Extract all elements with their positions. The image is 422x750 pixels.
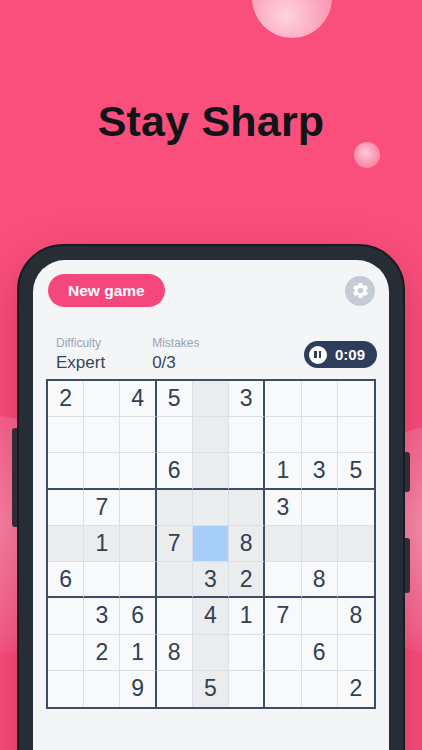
gear-icon [351,281,370,300]
cell-r1c2[interactable] [84,381,120,417]
cell-r7c4[interactable] [157,598,193,634]
cell-r1c3[interactable]: 4 [120,381,156,417]
cell-r8c4[interactable]: 8 [157,635,193,671]
cell-r4c1[interactable] [48,490,84,526]
cell-r1c9[interactable] [338,381,374,417]
cell-r2c4[interactable] [157,417,193,453]
cell-r3c8[interactable]: 3 [302,453,338,489]
cell-r5c1[interactable] [48,526,84,562]
cell-r7c1[interactable] [48,598,84,634]
timer-pause-button[interactable]: 0:09 [304,341,377,368]
cell-r5c4[interactable]: 7 [157,526,193,562]
cell-r3c4[interactable]: 6 [157,453,193,489]
cell-r8c9[interactable] [338,635,374,671]
cell-r9c6[interactable] [229,671,265,707]
cell-r2c8[interactable] [302,417,338,453]
cell-r2c7[interactable] [265,417,301,453]
cell-r5c6[interactable]: 8 [229,526,265,562]
cell-r8c5[interactable] [193,635,229,671]
timer-value: 0:09 [335,346,365,363]
cell-r8c7[interactable] [265,635,301,671]
cell-r3c2[interactable] [84,453,120,489]
cell-r3c3[interactable] [120,453,156,489]
cell-r3c6[interactable] [229,453,265,489]
cell-r8c6[interactable] [229,635,265,671]
cell-r7c3[interactable]: 6 [120,598,156,634]
settings-button[interactable] [345,276,375,306]
difficulty-value: Expert [56,353,105,373]
cell-r8c3[interactable]: 1 [120,635,156,671]
top-bar: New game [33,260,389,307]
phone-mockup: New game Difficulty Expert Mistakes 0/3 … [17,244,405,750]
sudoku-board: 245361357317863283641782186952 [46,379,376,709]
cell-r9c9[interactable]: 2 [338,671,374,707]
cell-r4c4[interactable] [157,490,193,526]
cell-r6c5[interactable]: 3 [193,562,229,598]
cell-r5c5[interactable] [193,526,229,562]
cell-r6c7[interactable] [265,562,301,598]
cell-r1c5[interactable] [193,381,229,417]
cell-r3c5[interactable] [193,453,229,489]
cell-r8c8[interactable]: 6 [302,635,338,671]
cell-r7c6[interactable]: 1 [229,598,265,634]
cell-r3c1[interactable] [48,453,84,489]
cell-r7c7[interactable]: 7 [265,598,301,634]
difficulty-label: Difficulty [56,336,105,350]
new-game-button[interactable]: New game [48,274,165,307]
cell-r1c6[interactable]: 3 [229,381,265,417]
cell-r4c7[interactable]: 3 [265,490,301,526]
cell-r2c1[interactable] [48,417,84,453]
cell-r4c3[interactable] [120,490,156,526]
cell-r6c9[interactable] [338,562,374,598]
cell-r4c2[interactable]: 7 [84,490,120,526]
cell-r2c3[interactable] [120,417,156,453]
cell-r9c7[interactable] [265,671,301,707]
cell-r9c3[interactable]: 9 [120,671,156,707]
cell-r7c2[interactable]: 3 [84,598,120,634]
cell-r6c6[interactable]: 2 [229,562,265,598]
cell-r6c3[interactable] [120,562,156,598]
cell-r9c4[interactable] [157,671,193,707]
cell-r5c9[interactable] [338,526,374,562]
cell-r4c8[interactable] [302,490,338,526]
cell-r6c8[interactable]: 8 [302,562,338,598]
pink-sphere-large [252,0,332,38]
cell-r6c2[interactable] [84,562,120,598]
cell-r1c4[interactable]: 5 [157,381,193,417]
mistakes-stat: Mistakes 0/3 [152,336,199,373]
cell-r3c9[interactable]: 5 [338,453,374,489]
cell-r2c5[interactable] [193,417,229,453]
cell-r1c7[interactable] [265,381,301,417]
cell-r5c3[interactable] [120,526,156,562]
cell-r5c2[interactable]: 1 [84,526,120,562]
cell-r8c1[interactable] [48,635,84,671]
cell-r7c5[interactable]: 4 [193,598,229,634]
cell-r1c1[interactable]: 2 [48,381,84,417]
cell-r6c1[interactable]: 6 [48,562,84,598]
cell-r4c6[interactable] [229,490,265,526]
difficulty-stat: Difficulty Expert [56,336,105,373]
mistakes-value: 0/3 [152,353,199,373]
cell-r6c4[interactable] [157,562,193,598]
cell-r9c8[interactable] [302,671,338,707]
cell-r2c6[interactable] [229,417,265,453]
cell-r2c2[interactable] [84,417,120,453]
status-row: Difficulty Expert Mistakes 0/3 0:09 [33,336,389,373]
page-title: Stay Sharp [0,97,422,146]
pause-icon [309,346,327,364]
cell-r8c2[interactable]: 2 [84,635,120,671]
cell-r9c2[interactable] [84,671,120,707]
mistakes-label: Mistakes [152,336,199,350]
cell-r4c5[interactable] [193,490,229,526]
cell-r5c8[interactable] [302,526,338,562]
cell-r7c8[interactable] [302,598,338,634]
cell-r7c9[interactable]: 8 [338,598,374,634]
cell-r4c9[interactable] [338,490,374,526]
cell-r5c7[interactable] [265,526,301,562]
app-screen: New game Difficulty Expert Mistakes 0/3 … [33,260,389,750]
cell-r9c5[interactable]: 5 [193,671,229,707]
cell-r1c8[interactable] [302,381,338,417]
cell-r3c7[interactable]: 1 [265,453,301,489]
cell-r2c9[interactable] [338,417,374,453]
cell-r9c1[interactable] [48,671,84,707]
